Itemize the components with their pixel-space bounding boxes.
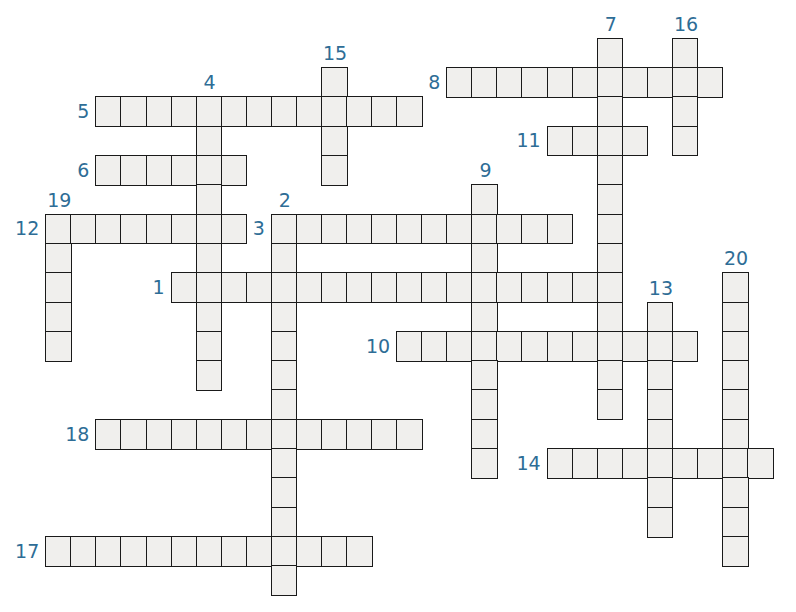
grid-cell[interactable] (396, 419, 423, 450)
grid-cell[interactable] (521, 331, 548, 362)
grid-cell[interactable] (371, 96, 398, 127)
grid-cell[interactable] (171, 96, 198, 127)
grid-cell[interactable] (120, 536, 147, 567)
grid-cell[interactable] (146, 419, 173, 450)
grid-cell[interactable] (647, 389, 674, 420)
grid-cell[interactable] (597, 214, 624, 245)
grid-cell[interactable] (446, 272, 473, 303)
grid-cell[interactable] (471, 302, 498, 333)
grid-cell[interactable] (647, 302, 674, 333)
grid-cell[interactable] (120, 419, 147, 450)
grid-cell[interactable] (597, 360, 624, 391)
grid-cell[interactable] (196, 419, 223, 450)
grid-cell[interactable] (346, 536, 373, 567)
grid-cell[interactable] (572, 272, 599, 303)
grid-cell[interactable] (196, 360, 223, 391)
grid-cell[interactable] (296, 272, 323, 303)
grid-cell[interactable] (196, 214, 223, 245)
grid-cell[interactable] (221, 419, 248, 450)
crossword-grid (45, 38, 772, 595)
grid-cell[interactable] (471, 389, 498, 420)
grid-cell[interactable] (271, 536, 298, 567)
grid-cell[interactable] (146, 214, 173, 245)
grid-cell[interactable] (722, 419, 749, 450)
grid-cell[interactable] (446, 67, 473, 98)
clue-number-label: 16 (673, 8, 700, 37)
grid-cell[interactable] (446, 214, 473, 245)
grid-cell[interactable] (547, 67, 574, 98)
grid-cell[interactable] (597, 448, 624, 479)
grid-cell[interactable] (672, 96, 699, 127)
grid-cell[interactable] (747, 448, 774, 479)
grid-cell[interactable] (396, 214, 423, 245)
grid-cell[interactable] (597, 67, 624, 98)
grid-cell[interactable] (547, 272, 574, 303)
grid-cell[interactable] (95, 214, 122, 245)
grid-cell[interactable] (672, 67, 699, 98)
grid-cell[interactable] (496, 214, 523, 245)
grid-cell[interactable] (722, 302, 749, 333)
grid-cell[interactable] (597, 302, 624, 333)
grid-cell[interactable] (421, 272, 448, 303)
grid-cell[interactable] (572, 126, 599, 157)
grid-cell[interactable] (95, 419, 122, 450)
grid-cell[interactable] (647, 448, 674, 479)
grid-cell[interactable] (521, 67, 548, 98)
grid-cell[interactable] (271, 477, 298, 508)
grid-cell[interactable] (622, 448, 649, 479)
grid-cell[interactable] (722, 536, 749, 567)
grid-cell[interactable] (296, 419, 323, 450)
grid-cell[interactable] (597, 96, 624, 127)
grid-cell[interactable] (471, 214, 498, 245)
grid-cell[interactable] (572, 67, 599, 98)
grid-cell[interactable] (70, 536, 97, 567)
grid-cell[interactable] (672, 38, 699, 69)
grid-cell[interactable] (471, 243, 498, 274)
grid-cell[interactable] (597, 126, 624, 157)
grid-cell[interactable] (246, 419, 273, 450)
grid-cell[interactable] (146, 536, 173, 567)
crossword-puzzle: 1234567891011121314151617181920 (0, 0, 796, 612)
grid-cell[interactable] (296, 214, 323, 245)
grid-cell[interactable] (572, 448, 599, 479)
grid-cell[interactable] (271, 96, 298, 127)
grid-cell[interactable] (672, 331, 699, 362)
grid-cell[interactable] (647, 477, 674, 508)
grid-cell[interactable] (496, 67, 523, 98)
grid-cell[interactable] (271, 302, 298, 333)
grid-cell[interactable] (196, 155, 223, 186)
grid-cell[interactable] (597, 331, 624, 362)
grid-cell[interactable] (221, 96, 248, 127)
grid-cell[interactable] (221, 536, 248, 567)
grid-cell[interactable] (196, 184, 223, 215)
grid-cell[interactable] (271, 243, 298, 274)
grid-cell[interactable] (597, 272, 624, 303)
grid-cell[interactable] (246, 272, 273, 303)
grid-cell[interactable] (196, 302, 223, 333)
grid-cell[interactable] (271, 360, 298, 391)
grid-cell[interactable] (221, 272, 248, 303)
grid-cell[interactable] (622, 331, 649, 362)
grid-cell[interactable] (45, 302, 72, 333)
grid-cell[interactable] (321, 67, 348, 98)
grid-cell[interactable] (521, 214, 548, 245)
grid-cell[interactable] (471, 272, 498, 303)
grid-cell[interactable] (346, 96, 373, 127)
grid-cell[interactable] (547, 214, 574, 245)
grid-cell[interactable] (672, 126, 699, 157)
grid-cell[interactable] (45, 331, 72, 362)
grid-cell[interactable] (647, 507, 674, 538)
grid-cell[interactable] (45, 536, 72, 567)
grid-cell[interactable] (647, 331, 674, 362)
grid-cell[interactable] (471, 331, 498, 362)
grid-cell[interactable] (45, 243, 72, 274)
grid-cell[interactable] (722, 389, 749, 420)
grid-cell[interactable] (572, 331, 599, 362)
grid-cell[interactable] (421, 214, 448, 245)
grid-cell[interactable] (597, 389, 624, 420)
grid-cell[interactable] (597, 243, 624, 274)
grid-cell[interactable] (722, 272, 749, 303)
grid-cell[interactable] (396, 331, 423, 362)
grid-cell[interactable] (296, 96, 323, 127)
grid-cell[interactable] (597, 38, 624, 69)
grid-cell[interactable] (371, 214, 398, 245)
grid-cell[interactable] (271, 448, 298, 479)
grid-cell[interactable] (647, 67, 674, 98)
grid-cell[interactable] (271, 389, 298, 420)
grid-cell[interactable] (221, 214, 248, 245)
grid-cell[interactable] (271, 419, 298, 450)
grid-cell[interactable] (45, 214, 72, 245)
grid-cell[interactable] (396, 96, 423, 127)
grid-cell[interactable] (471, 360, 498, 391)
grid-cell[interactable] (246, 96, 273, 127)
grid-cell[interactable] (120, 96, 147, 127)
grid-cell[interactable] (521, 272, 548, 303)
grid-cell[interactable] (196, 243, 223, 274)
grid-cell[interactable] (597, 184, 624, 215)
grid-cell[interactable] (321, 96, 348, 127)
grid-cell[interactable] (396, 272, 423, 303)
grid-cell[interactable] (95, 536, 122, 567)
grid-cell[interactable] (171, 536, 198, 567)
grid-cell[interactable] (321, 272, 348, 303)
grid-cell[interactable] (321, 214, 348, 245)
clue-number-label: 12 (5, 214, 39, 245)
grid-cell[interactable] (45, 272, 72, 303)
grid-cell[interactable] (196, 126, 223, 157)
grid-cell[interactable] (722, 360, 749, 391)
grid-cell[interactable] (196, 272, 223, 303)
grid-cell[interactable] (120, 155, 147, 186)
grid-cell[interactable] (722, 477, 749, 508)
grid-cell[interactable] (321, 536, 348, 567)
grid-cell[interactable] (722, 448, 749, 479)
grid-cell[interactable] (471, 67, 498, 98)
grid-cell[interactable] (171, 419, 198, 450)
grid-cell[interactable] (722, 507, 749, 538)
grid-cell[interactable] (120, 214, 147, 245)
grid-cell[interactable] (622, 67, 649, 98)
grid-cell[interactable] (321, 419, 348, 450)
grid-cell[interactable] (371, 419, 398, 450)
grid-cell[interactable] (496, 331, 523, 362)
grid-cell[interactable] (171, 272, 198, 303)
grid-cell[interactable] (471, 184, 498, 215)
grid-cell[interactable] (547, 448, 574, 479)
grid-cell[interactable] (622, 126, 649, 157)
grid-cell[interactable] (171, 214, 198, 245)
grid-cell[interactable] (171, 155, 198, 186)
grid-cell[interactable] (271, 272, 298, 303)
grid-cell[interactable] (196, 96, 223, 127)
grid-cell[interactable] (95, 155, 122, 186)
grid-cell[interactable] (647, 419, 674, 450)
grid-cell[interactable] (196, 536, 223, 567)
grid-cell[interactable] (70, 214, 97, 245)
grid-cell[interactable] (547, 331, 574, 362)
grid-cell[interactable] (146, 155, 173, 186)
grid-cell[interactable] (221, 155, 248, 186)
grid-cell[interactable] (271, 331, 298, 362)
grid-cell[interactable] (271, 214, 298, 245)
clue-number-label: 17 (5, 536, 39, 567)
grid-cell[interactable] (697, 448, 724, 479)
grid-cell[interactable] (346, 214, 373, 245)
grid-cell[interactable] (321, 126, 348, 157)
grid-cell[interactable] (722, 331, 749, 362)
grid-cell[interactable] (697, 67, 724, 98)
grid-cell[interactable] (471, 448, 498, 479)
grid-cell[interactable] (547, 126, 574, 157)
clue-number-label: 7 (598, 8, 625, 37)
grid-cell[interactable] (471, 419, 498, 450)
grid-cell[interactable] (321, 155, 348, 186)
grid-cell[interactable] (421, 331, 448, 362)
grid-cell[interactable] (346, 272, 373, 303)
grid-cell[interactable] (371, 272, 398, 303)
grid-cell[interactable] (246, 536, 273, 567)
grid-cell[interactable] (597, 155, 624, 186)
grid-cell[interactable] (647, 360, 674, 391)
grid-cell[interactable] (672, 448, 699, 479)
grid-cell[interactable] (271, 565, 298, 596)
grid-cell[interactable] (196, 331, 223, 362)
grid-cell[interactable] (296, 536, 323, 567)
grid-cell[interactable] (346, 419, 373, 450)
grid-cell[interactable] (446, 331, 473, 362)
grid-cell[interactable] (146, 96, 173, 127)
grid-cell[interactable] (271, 507, 298, 538)
grid-cell[interactable] (95, 96, 122, 127)
grid-cell[interactable] (496, 272, 523, 303)
